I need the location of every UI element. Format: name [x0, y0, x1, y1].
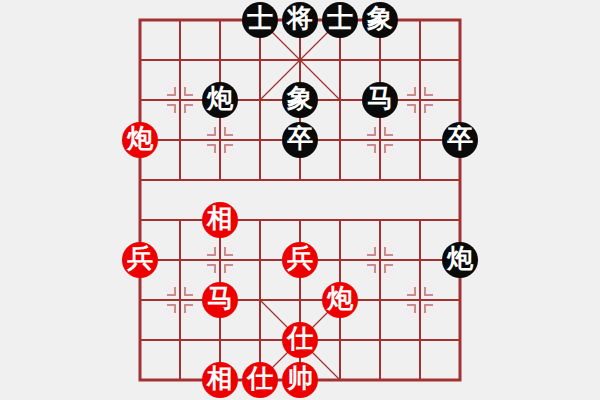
black-cannon-piece[interactable]: 炮	[202, 82, 238, 118]
red-elephant-piece[interactable]: 相	[202, 202, 238, 238]
black-elephant-piece[interactable]: 象	[362, 2, 398, 38]
board-cell: 将	[280, 0, 320, 40]
black-advisor-piece[interactable]: 士	[242, 2, 278, 38]
board-cell: 马	[360, 80, 400, 120]
black-elephant-piece[interactable]: 象	[282, 82, 318, 118]
black-advisor-piece[interactable]: 士	[322, 2, 358, 38]
xiangqi-app: 士将士象炮象马炮卒卒相兵兵炮马炮仕相仕帅	[0, 0, 600, 400]
red-general-piece[interactable]: 帅	[282, 362, 318, 398]
board-cell: 卒	[440, 120, 480, 160]
board-cell: 炮	[320, 280, 360, 320]
board-cell: 炮	[440, 240, 480, 280]
board-cell: 兵	[120, 240, 160, 280]
red-elephant-piece[interactable]: 相	[202, 362, 238, 398]
red-soldier-piece[interactable]: 兵	[122, 242, 158, 278]
red-cannon-piece[interactable]: 炮	[322, 282, 358, 318]
board-cell: 帅	[280, 360, 320, 400]
red-soldier-piece[interactable]: 兵	[282, 242, 318, 278]
red-cannon-piece[interactable]: 炮	[122, 122, 158, 158]
black-general-piece[interactable]: 将	[282, 2, 318, 38]
black-soldier-piece[interactable]: 卒	[282, 122, 318, 158]
board-cell: 仕	[280, 320, 320, 360]
black-horse-piece[interactable]: 马	[362, 82, 398, 118]
board-cell: 炮	[200, 80, 240, 120]
board-cell: 相	[200, 360, 240, 400]
board-cell: 士	[320, 0, 360, 40]
xiangqi-board: 士将士象炮象马炮卒卒相兵兵炮马炮仕相仕帅	[120, 0, 480, 400]
black-cannon-piece[interactable]: 炮	[442, 242, 478, 278]
board-cell: 兵	[280, 240, 320, 280]
red-horse-piece[interactable]: 马	[202, 282, 238, 318]
board-cell: 马	[200, 280, 240, 320]
board-cell: 象	[360, 0, 400, 40]
red-advisor-piece[interactable]: 仕	[242, 362, 278, 398]
red-advisor-piece[interactable]: 仕	[282, 322, 318, 358]
board-cell: 士	[240, 0, 280, 40]
black-soldier-piece[interactable]: 卒	[442, 122, 478, 158]
board-cell: 相	[200, 200, 240, 240]
board-cell: 卒	[280, 120, 320, 160]
board-cell: 象	[280, 80, 320, 120]
board-cell: 仕	[240, 360, 280, 400]
board-cell: 炮	[120, 120, 160, 160]
